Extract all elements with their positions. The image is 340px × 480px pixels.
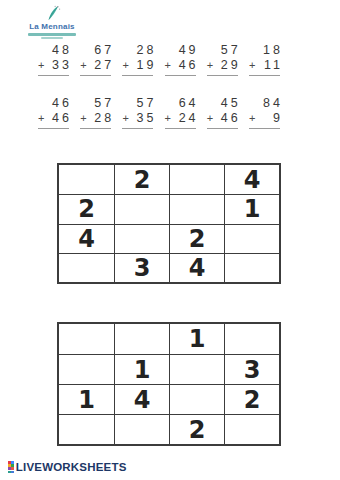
sudoku-cell-r2c1: 2 [59,194,114,223]
sudoku-cell-r4c3: 2 [169,414,224,444]
plus-sign: + [122,58,128,72]
sudoku-cell-r1c2: 2 [114,165,169,194]
sudoku-cell-r4c4[interactable] [224,414,279,444]
addition-problem: 57 +28 [80,96,111,129]
addend-bottom: 28 [94,111,114,125]
plus-sign: + [38,58,44,72]
liveworksheets-footer: LIVEWORKSHEETS [8,461,127,473]
sudoku-cell-r1c3[interactable] [169,165,224,194]
addend-top: 18 [249,43,283,58]
addend-bottom: 29 [221,58,241,72]
sudoku-cell-r2c3[interactable] [169,354,224,384]
addend-top: 28 [122,43,156,58]
answer-line[interactable] [249,128,280,129]
answer-line[interactable] [122,128,153,129]
sudoku-cell-r4c1[interactable] [59,253,114,282]
sudoku-grid-bottom: 1 1 3 1 4 2 2 [57,322,281,446]
sudoku-cell-r3c2: 4 [114,384,169,414]
addend-top: 67 [80,43,114,58]
plus-sign: + [249,58,255,72]
addend-bottom: 27 [94,58,114,72]
addition-row-1: 48 +33 67 +27 28 +19 49 +46 57 +29 18 +1… [38,43,280,76]
addend-bottom: 46 [179,58,199,72]
answer-line[interactable] [38,128,69,129]
addend-bottom: 9 [273,111,283,125]
plus-sign: + [249,111,255,125]
plus-sign: + [38,111,44,125]
sudoku-cell-r2c4: 3 [224,354,279,384]
addend-top: 49 [165,43,199,58]
addend-top: 48 [38,43,72,58]
sudoku-cell-r3c1: 1 [59,384,114,414]
answer-line[interactable] [165,75,196,76]
sudoku-cell-r2c2: 1 [114,354,169,384]
addition-problem: 57 +35 [122,96,153,129]
answer-line[interactable] [207,75,238,76]
logo-title: La Mennais [22,22,82,31]
sudoku-cell-r3c4[interactable] [224,224,279,253]
sudoku-cell-r2c3[interactable] [169,194,224,223]
sudoku-cell-r2c4: 1 [224,194,279,223]
addition-problem: 18 +11 [249,43,280,76]
plus-sign: + [207,58,213,72]
logo-tagline-bar [28,33,76,36]
answer-line[interactable] [165,128,196,129]
sudoku-cell-r3c3[interactable] [169,384,224,414]
addend-top: 45 [207,96,241,111]
answer-line[interactable] [38,75,69,76]
sudoku-cell-r2c2[interactable] [114,194,169,223]
addition-problem: 49 +46 [165,43,196,76]
worksheet-page: La Mennais 48 +33 67 +27 28 +19 49 +46 5… [0,0,340,480]
logo-subtagline-bar [41,37,63,39]
sudoku-cell-r4c2: 3 [114,253,169,282]
addend-top: 57 [122,96,156,111]
sudoku-cell-r3c1: 4 [59,224,114,253]
sudoku-cell-r1c1[interactable] [59,165,114,194]
addition-problem: 28 +19 [122,43,153,76]
addend-bottom: 24 [179,111,199,125]
addend-bottom: 35 [136,111,156,125]
addend-top: 46 [38,96,72,111]
addend-bottom: 33 [52,58,72,72]
plus-sign: + [80,58,86,72]
plus-sign: + [165,58,171,72]
plus-sign: + [165,111,171,125]
answer-line[interactable] [80,75,111,76]
addend-top: 64 [165,96,199,111]
addend-bottom: 46 [52,111,72,125]
addition-problem: 84 +9 [249,96,280,129]
sudoku-cell-r3c2[interactable] [114,224,169,253]
sudoku-cell-r1c4[interactable] [224,324,279,354]
sudoku-cell-r4c1[interactable] [59,414,114,444]
sudoku-cell-r4c2[interactable] [114,414,169,444]
addition-problem: 64 +24 [165,96,196,129]
addition-problem: 45 +46 [207,96,238,129]
sudoku-cell-r1c3: 1 [169,324,224,354]
addition-problem: 48 +33 [38,43,69,76]
sudoku-grid-top: 2 4 2 1 4 2 3 4 [57,163,281,284]
answer-line[interactable] [207,128,238,129]
answer-line[interactable] [249,75,280,76]
la-mennais-logo: La Mennais [22,5,82,39]
plus-sign: + [80,111,86,125]
sudoku-cell-r1c4: 4 [224,165,279,194]
sudoku-cell-r1c2[interactable] [114,324,169,354]
plus-sign: + [207,111,213,125]
addition-row-2: 46 +46 57 +28 57 +35 64 +24 45 +46 84 +9 [38,96,280,129]
sudoku-cell-r2c1[interactable] [59,354,114,384]
addend-top: 57 [207,43,241,58]
addend-top: 57 [80,96,114,111]
addend-bottom: 11 [264,58,283,72]
sudoku-cell-r3c3: 2 [169,224,224,253]
sudoku-cell-r4c4[interactable] [224,253,279,282]
sudoku-cell-r3c4: 2 [224,384,279,414]
addend-top: 84 [249,96,283,111]
plus-sign: + [122,111,128,125]
addition-problem: 67 +27 [80,43,111,76]
sudoku-cell-r1c1[interactable] [59,324,114,354]
answer-line[interactable] [122,75,153,76]
addend-bottom: 46 [221,111,241,125]
sudoku-cell-r4c3: 4 [169,253,224,282]
addition-problem: 46 +46 [38,96,69,129]
answer-line[interactable] [80,128,111,129]
quill-icon [43,5,61,22]
addend-bottom: 19 [136,58,156,72]
addition-problem: 57 +29 [207,43,238,76]
liveworksheets-brand[interactable]: LIVEWORKSHEETS [16,461,127,473]
liveworksheets-mosaic-icon [8,461,14,473]
